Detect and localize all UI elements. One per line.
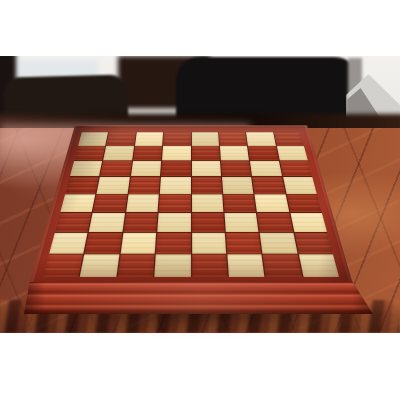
square-g6 (250, 161, 282, 176)
square-h1 (298, 254, 339, 277)
square-b4 (93, 194, 127, 212)
square-d3 (157, 213, 190, 232)
square-e1 (192, 254, 228, 277)
square-b1 (80, 254, 119, 277)
square-e2 (192, 233, 226, 254)
square-b5 (97, 177, 130, 194)
square-g3 (257, 213, 293, 232)
square-a8 (78, 132, 108, 145)
board-molding (24, 281, 373, 314)
square-h5 (283, 177, 317, 194)
square-b3 (89, 213, 125, 232)
square-f5 (222, 177, 254, 194)
photo-canvas (0, 0, 400, 400)
square-h2 (294, 233, 333, 254)
square-c7 (133, 146, 162, 160)
square-c3 (123, 213, 157, 232)
square-e3 (192, 213, 225, 232)
square-d4 (159, 194, 191, 212)
square-h4 (286, 194, 321, 212)
square-e6 (191, 161, 220, 176)
square-b2 (85, 233, 122, 254)
square-g5 (252, 177, 285, 194)
square-d1 (154, 254, 190, 277)
square-b8 (106, 132, 135, 145)
square-f4 (223, 194, 256, 212)
square-d7 (162, 146, 190, 160)
square-h3 (290, 213, 327, 232)
square-a3 (55, 213, 92, 232)
square-g8 (246, 132, 275, 145)
square-f7 (220, 146, 249, 160)
square-a2 (49, 233, 88, 254)
square-a7 (74, 146, 105, 160)
square-h7 (277, 146, 308, 160)
square-a6 (70, 161, 103, 176)
square-a5 (65, 177, 99, 194)
square-f1 (227, 254, 265, 277)
square-d8 (163, 132, 190, 145)
square-b7 (103, 146, 133, 160)
board-frame (30, 126, 353, 282)
square-a4 (60, 194, 95, 212)
square-e7 (191, 146, 219, 160)
square-h8 (274, 132, 304, 145)
square-g1 (263, 254, 302, 277)
square-g7 (248, 146, 278, 160)
square-c6 (131, 161, 161, 176)
square-e8 (191, 132, 218, 145)
square-d5 (160, 177, 191, 194)
square-c1 (117, 254, 155, 277)
square-b6 (100, 161, 132, 176)
square-d2 (156, 233, 190, 254)
square-c8 (135, 132, 163, 145)
square-h6 (280, 161, 313, 176)
square-g2 (260, 233, 297, 254)
square-f3 (224, 213, 258, 232)
chessboard (30, 126, 353, 282)
square-g4 (255, 194, 289, 212)
board-grid (43, 132, 339, 277)
square-a1 (43, 254, 84, 277)
square-e5 (191, 177, 222, 194)
square-e4 (192, 194, 224, 212)
square-d6 (161, 161, 190, 176)
square-f8 (219, 132, 247, 145)
square-c4 (126, 194, 159, 212)
square-c5 (128, 177, 160, 194)
square-c2 (120, 233, 156, 254)
square-f6 (221, 161, 251, 176)
square-f2 (226, 233, 262, 254)
